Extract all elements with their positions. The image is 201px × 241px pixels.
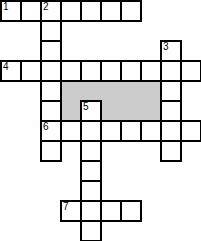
answer-cell-r1c2[interactable]: [40, 20, 62, 42]
shaded-block-cell: [120, 100, 140, 120]
answer-cell-r0c5[interactable]: [100, 0, 122, 22]
shaded-block-cell: [100, 100, 120, 120]
answer-cell-r2c2[interactable]: [40, 40, 62, 62]
shaded-block-cell: [120, 80, 140, 100]
answer-cell-r8c4[interactable]: [80, 160, 102, 182]
answer-cell-r6c5[interactable]: [100, 120, 122, 142]
answer-cell-r6c4[interactable]: [80, 120, 102, 142]
answer-cell-r5c4[interactable]: 5: [80, 100, 102, 122]
answer-cell-r4c8[interactable]: [160, 80, 182, 102]
answer-cell-r6c2[interactable]: 6: [40, 120, 62, 142]
answer-cell-r6c9[interactable]: [180, 120, 201, 142]
answer-cell-r3c8[interactable]: [160, 60, 182, 82]
answer-cell-r10c6[interactable]: [120, 200, 142, 222]
answer-cell-r5c8[interactable]: [160, 100, 182, 122]
answer-cell-r3c7[interactable]: [140, 60, 162, 82]
shaded-block-cell: [60, 100, 80, 120]
clue-number-2: 2: [43, 2, 49, 12]
answer-cell-r6c3[interactable]: [60, 120, 82, 142]
answer-cell-r6c6[interactable]: [120, 120, 142, 142]
crossword-grid: 1234567: [0, 0, 201, 241]
crossword-page: 1234567: [0, 0, 201, 241]
answer-cell-r6c7[interactable]: [140, 120, 162, 142]
answer-cell-r6c8[interactable]: [160, 120, 182, 142]
answer-cell-r4c2[interactable]: [40, 80, 62, 102]
answer-cell-r11c4[interactable]: [80, 220, 102, 241]
answer-cell-r10c4[interactable]: [80, 200, 102, 222]
answer-cell-r3c6[interactable]: [120, 60, 142, 82]
shaded-block-cell: [100, 80, 120, 100]
answer-cell-r10c5[interactable]: [100, 200, 122, 222]
answer-cell-r7c2[interactable]: [40, 140, 62, 162]
answer-cell-r0c1[interactable]: [20, 0, 42, 22]
clue-number-3: 3: [163, 42, 169, 52]
answer-cell-r7c8[interactable]: [160, 140, 182, 162]
answer-cell-r9c4[interactable]: [80, 180, 102, 202]
clue-number-1: 1: [3, 2, 9, 12]
answer-cell-r0c6[interactable]: [120, 0, 142, 22]
shaded-block-cell: [140, 80, 160, 100]
answer-cell-r3c1[interactable]: [20, 60, 42, 82]
answer-cell-r0c3[interactable]: [60, 0, 82, 22]
clue-number-7: 7: [63, 202, 69, 212]
answer-cell-r10c3[interactable]: 7: [60, 200, 82, 222]
shaded-block-cell: [60, 80, 80, 100]
answer-cell-r5c2[interactable]: [40, 100, 62, 122]
answer-cell-r3c9[interactable]: [180, 60, 201, 82]
answer-cell-r7c4[interactable]: [80, 140, 102, 162]
answer-cell-r3c0[interactable]: 4: [0, 60, 22, 82]
answer-cell-r0c4[interactable]: [80, 0, 102, 22]
answer-cell-r3c3[interactable]: [60, 60, 82, 82]
answer-cell-r2c8[interactable]: 3: [160, 40, 182, 62]
shaded-block-cell: [140, 100, 160, 120]
clue-number-4: 4: [3, 62, 9, 72]
clue-number-5: 5: [83, 102, 89, 112]
answer-cell-r3c4[interactable]: [80, 60, 102, 82]
answer-cell-r3c2[interactable]: [40, 60, 62, 82]
answer-cell-r3c5[interactable]: [100, 60, 122, 82]
shaded-block-cell: [80, 80, 100, 100]
answer-cell-r0c0[interactable]: 1: [0, 0, 22, 22]
clue-number-6: 6: [43, 122, 49, 132]
answer-cell-r0c2[interactable]: 2: [40, 0, 62, 22]
